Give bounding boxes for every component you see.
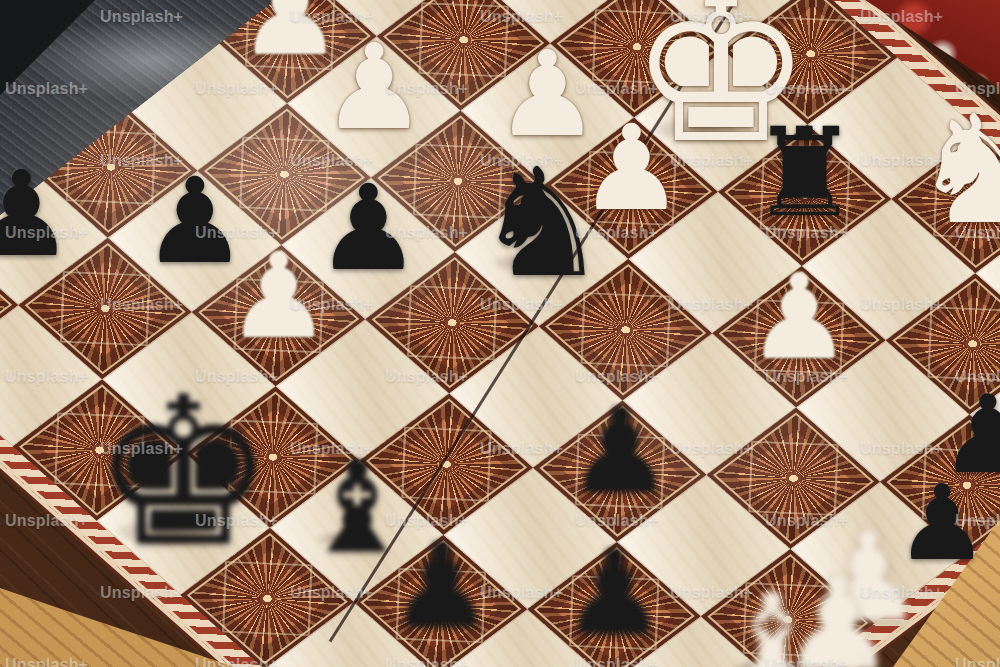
board-grid	[0, 0, 1000, 667]
chess-photo-scene: ♟♟♟♚♟♜♞♟♟♟♞♟♟♟♟♚♝♟♟♟♟♟♝ Unsplash+Unsplas…	[0, 0, 1000, 667]
